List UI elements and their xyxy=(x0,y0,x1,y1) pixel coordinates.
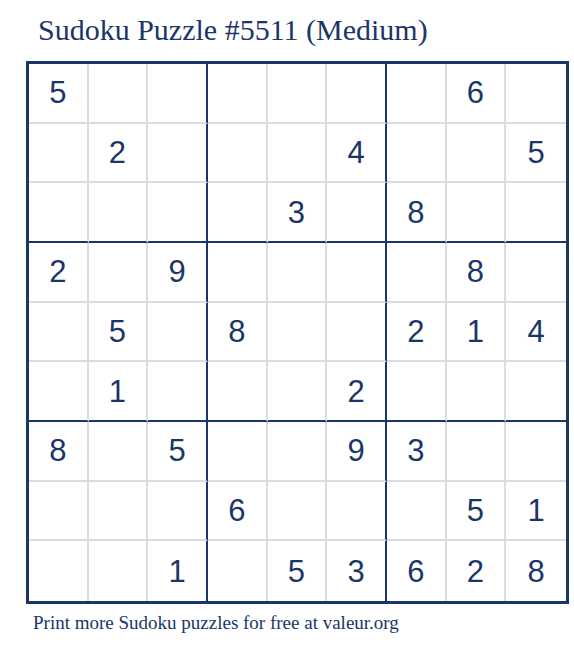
cell-r2c6[interactable]: 4 xyxy=(327,124,387,184)
cell-r7c6[interactable]: 9 xyxy=(327,422,387,482)
cell-r5c7[interactable]: 2 xyxy=(387,303,447,363)
cell-r6c2[interactable]: 1 xyxy=(89,362,149,422)
cell-r5c9[interactable]: 4 xyxy=(506,303,566,363)
cell-r2c9[interactable]: 5 xyxy=(506,124,566,184)
cell-r7c2[interactable] xyxy=(89,422,149,482)
cell-r9c1[interactable] xyxy=(29,541,89,601)
cell-r1c6[interactable] xyxy=(327,64,387,124)
cell-r1c7[interactable] xyxy=(387,64,447,124)
cell-r1c5[interactable] xyxy=(268,64,328,124)
sudoku-grid: 562453829858214128593651153628 xyxy=(26,61,569,604)
cell-r7c9[interactable] xyxy=(506,422,566,482)
cell-r8c4[interactable]: 6 xyxy=(208,482,268,542)
cell-r5c2[interactable]: 5 xyxy=(89,303,149,363)
cell-r4c7[interactable] xyxy=(387,243,447,303)
cell-r1c3[interactable] xyxy=(148,64,208,124)
cell-r9c5[interactable]: 5 xyxy=(268,541,328,601)
page-title: Sudoku Puzzle #5511 (Medium) xyxy=(38,13,428,47)
cell-r3c5[interactable]: 3 xyxy=(268,183,328,243)
cell-r8c6[interactable] xyxy=(327,482,387,542)
cell-r7c5[interactable] xyxy=(268,422,328,482)
cell-r1c2[interactable] xyxy=(89,64,149,124)
cell-r8c3[interactable] xyxy=(148,482,208,542)
cell-r9c3[interactable]: 1 xyxy=(148,541,208,601)
cell-r1c4[interactable] xyxy=(208,64,268,124)
cell-r1c9[interactable] xyxy=(506,64,566,124)
cell-r6c4[interactable] xyxy=(208,362,268,422)
cell-r4c5[interactable] xyxy=(268,243,328,303)
cell-r9c6[interactable]: 3 xyxy=(327,541,387,601)
cell-r3c1[interactable] xyxy=(29,183,89,243)
cell-r3c2[interactable] xyxy=(89,183,149,243)
cell-r9c4[interactable] xyxy=(208,541,268,601)
cell-r9c8[interactable]: 2 xyxy=(447,541,507,601)
cell-r4c1[interactable]: 2 xyxy=(29,243,89,303)
cell-r2c5[interactable] xyxy=(268,124,328,184)
cell-r7c1[interactable]: 8 xyxy=(29,422,89,482)
cell-r2c1[interactable] xyxy=(29,124,89,184)
cell-r6c6[interactable]: 2 xyxy=(327,362,387,422)
cell-r2c8[interactable] xyxy=(447,124,507,184)
cell-r7c4[interactable] xyxy=(208,422,268,482)
cell-r5c4[interactable]: 8 xyxy=(208,303,268,363)
cell-r6c7[interactable] xyxy=(387,362,447,422)
cell-r3c3[interactable] xyxy=(148,183,208,243)
cell-r3c4[interactable] xyxy=(208,183,268,243)
cell-r4c8[interactable]: 8 xyxy=(447,243,507,303)
cell-r5c8[interactable]: 1 xyxy=(447,303,507,363)
cell-r3c8[interactable] xyxy=(447,183,507,243)
cell-r6c8[interactable] xyxy=(447,362,507,422)
cell-r9c7[interactable]: 6 xyxy=(387,541,447,601)
cell-r5c1[interactable] xyxy=(29,303,89,363)
cell-r8c2[interactable] xyxy=(89,482,149,542)
cell-r6c3[interactable] xyxy=(148,362,208,422)
cell-r7c8[interactable] xyxy=(447,422,507,482)
cell-r2c2[interactable]: 2 xyxy=(89,124,149,184)
cell-r2c3[interactable] xyxy=(148,124,208,184)
cell-r6c1[interactable] xyxy=(29,362,89,422)
footer-text: Print more Sudoku puzzles for free at va… xyxy=(33,612,399,634)
cell-r1c8[interactable]: 6 xyxy=(447,64,507,124)
cell-r2c7[interactable] xyxy=(387,124,447,184)
cell-r4c6[interactable] xyxy=(327,243,387,303)
cell-r9c2[interactable] xyxy=(89,541,149,601)
cell-r9c9[interactable]: 8 xyxy=(506,541,566,601)
cell-r5c3[interactable] xyxy=(148,303,208,363)
cell-r2c4[interactable] xyxy=(208,124,268,184)
cell-r8c1[interactable] xyxy=(29,482,89,542)
cell-r3c6[interactable] xyxy=(327,183,387,243)
cell-r6c5[interactable] xyxy=(268,362,328,422)
cell-r8c8[interactable]: 5 xyxy=(447,482,507,542)
cell-r4c2[interactable] xyxy=(89,243,149,303)
cell-r8c5[interactable] xyxy=(268,482,328,542)
cell-r1c1[interactable]: 5 xyxy=(29,64,89,124)
cell-r5c5[interactable] xyxy=(268,303,328,363)
cell-r7c3[interactable]: 5 xyxy=(148,422,208,482)
cell-r4c4[interactable] xyxy=(208,243,268,303)
cell-r3c9[interactable] xyxy=(506,183,566,243)
cell-r4c3[interactable]: 9 xyxy=(148,243,208,303)
cell-r3c7[interactable]: 8 xyxy=(387,183,447,243)
cell-r7c7[interactable]: 3 xyxy=(387,422,447,482)
cell-r8c9[interactable]: 1 xyxy=(506,482,566,542)
cell-r8c7[interactable] xyxy=(387,482,447,542)
cell-r4c9[interactable] xyxy=(506,243,566,303)
cell-r5c6[interactable] xyxy=(327,303,387,363)
cell-r6c9[interactable] xyxy=(506,362,566,422)
